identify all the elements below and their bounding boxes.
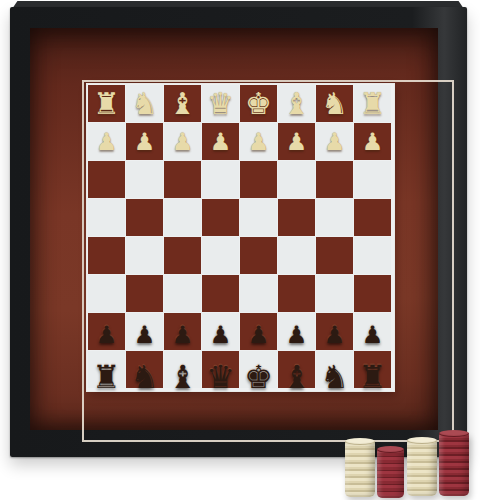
piece-black-king: ♚ <box>244 361 273 393</box>
piece-black-knight: ♞ <box>130 361 159 393</box>
square-d6[interactable] <box>202 161 239 198</box>
piece-white-pawn: ♟ <box>324 130 346 154</box>
product-photo: ♜♞♝♛♚♝♞♜♟♟♟♟♟♟♟♟♟♟♟♟♟♟♟♟♜♞♝♛♚♝♞♜ <box>0 0 480 500</box>
square-g6[interactable] <box>316 161 353 198</box>
square-c6[interactable] <box>164 161 201 198</box>
square-d7[interactable]: ♟ <box>202 123 239 160</box>
checker-stack-cream-3[interactable] <box>407 440 437 496</box>
piece-black-pawn: ♟ <box>96 323 118 347</box>
square-h5[interactable] <box>354 199 391 236</box>
square-g2[interactable]: ♟ <box>316 313 353 350</box>
square-a5[interactable] <box>88 199 125 236</box>
square-e5[interactable] <box>240 199 277 236</box>
square-d1[interactable]: ♛ <box>202 351 239 388</box>
piece-white-knight: ♞ <box>131 89 158 119</box>
square-a1[interactable]: ♜ <box>88 351 125 388</box>
square-f1[interactable]: ♝ <box>278 351 315 388</box>
square-e4[interactable] <box>240 237 277 274</box>
piece-white-rook: ♜ <box>93 89 120 119</box>
piece-white-pawn: ♟ <box>248 130 270 154</box>
square-f2[interactable]: ♟ <box>278 313 315 350</box>
piece-black-bishop: ♝ <box>168 361 197 393</box>
square-a4[interactable] <box>88 237 125 274</box>
checker-stack-cream-1[interactable] <box>345 441 375 497</box>
piece-white-bishop: ♝ <box>283 89 310 119</box>
square-c5[interactable] <box>164 199 201 236</box>
square-h8[interactable]: ♜ <box>354 85 391 122</box>
checker-stack-red-4[interactable] <box>439 433 469 496</box>
piece-white-pawn: ♟ <box>96 130 118 154</box>
piece-black-bishop: ♝ <box>282 361 311 393</box>
square-e3[interactable] <box>240 275 277 312</box>
piece-black-knight: ♞ <box>320 361 349 393</box>
square-g1[interactable]: ♞ <box>316 351 353 388</box>
chess-board: ♜♞♝♛♚♝♞♜♟♟♟♟♟♟♟♟♟♟♟♟♟♟♟♟♜♞♝♛♚♝♞♜ <box>87 84 394 391</box>
piece-black-pawn: ♟ <box>248 323 270 347</box>
square-d3[interactable] <box>202 275 239 312</box>
square-b2[interactable]: ♟ <box>126 313 163 350</box>
square-c4[interactable] <box>164 237 201 274</box>
square-a6[interactable] <box>88 161 125 198</box>
square-g5[interactable] <box>316 199 353 236</box>
square-d5[interactable] <box>202 199 239 236</box>
piece-white-rook: ♜ <box>359 89 386 119</box>
piece-white-pawn: ♟ <box>286 130 308 154</box>
piece-white-pawn: ♟ <box>210 130 232 154</box>
piece-black-pawn: ♟ <box>172 323 194 347</box>
square-h6[interactable] <box>354 161 391 198</box>
square-h7[interactable]: ♟ <box>354 123 391 160</box>
checker-stack-red-2[interactable] <box>377 449 404 498</box>
piece-white-pawn: ♟ <box>362 130 384 154</box>
square-c3[interactable] <box>164 275 201 312</box>
square-g7[interactable]: ♟ <box>316 123 353 160</box>
square-a3[interactable] <box>88 275 125 312</box>
piece-white-king: ♚ <box>245 89 272 119</box>
square-h1[interactable]: ♜ <box>354 351 391 388</box>
square-c8[interactable]: ♝ <box>164 85 201 122</box>
square-e6[interactable] <box>240 161 277 198</box>
square-e8[interactable]: ♚ <box>240 85 277 122</box>
square-e2[interactable]: ♟ <box>240 313 277 350</box>
square-g8[interactable]: ♞ <box>316 85 353 122</box>
square-f4[interactable] <box>278 237 315 274</box>
square-b4[interactable] <box>126 237 163 274</box>
square-f6[interactable] <box>278 161 315 198</box>
square-e7[interactable]: ♟ <box>240 123 277 160</box>
piece-white-bishop: ♝ <box>169 89 196 119</box>
piece-black-pawn: ♟ <box>210 323 232 347</box>
square-h3[interactable] <box>354 275 391 312</box>
piece-black-pawn: ♟ <box>286 323 308 347</box>
piece-black-pawn: ♟ <box>324 323 346 347</box>
square-b5[interactable] <box>126 199 163 236</box>
square-f7[interactable]: ♟ <box>278 123 315 160</box>
square-b7[interactable]: ♟ <box>126 123 163 160</box>
square-d2[interactable]: ♟ <box>202 313 239 350</box>
square-g4[interactable] <box>316 237 353 274</box>
piece-black-pawn: ♟ <box>362 323 384 347</box>
square-e1[interactable]: ♚ <box>240 351 277 388</box>
square-b8[interactable]: ♞ <box>126 85 163 122</box>
square-f3[interactable] <box>278 275 315 312</box>
square-a7[interactable]: ♟ <box>88 123 125 160</box>
square-f8[interactable]: ♝ <box>278 85 315 122</box>
square-c2[interactable]: ♟ <box>164 313 201 350</box>
square-f5[interactable] <box>278 199 315 236</box>
square-b6[interactable] <box>126 161 163 198</box>
square-a2[interactable]: ♟ <box>88 313 125 350</box>
piece-black-queen: ♛ <box>206 361 235 393</box>
square-b3[interactable] <box>126 275 163 312</box>
piece-black-pawn: ♟ <box>134 323 156 347</box>
square-a8[interactable]: ♜ <box>88 85 125 122</box>
square-h2[interactable]: ♟ <box>354 313 391 350</box>
square-c1[interactable]: ♝ <box>164 351 201 388</box>
piece-black-rook: ♜ <box>92 361 121 393</box>
square-g3[interactable] <box>316 275 353 312</box>
piece-white-pawn: ♟ <box>134 130 156 154</box>
square-b1[interactable]: ♞ <box>126 351 163 388</box>
square-d8[interactable]: ♛ <box>202 85 239 122</box>
piece-white-queen: ♛ <box>207 89 234 119</box>
square-c7[interactable]: ♟ <box>164 123 201 160</box>
piece-black-rook: ♜ <box>358 361 387 393</box>
square-d4[interactable] <box>202 237 239 274</box>
piece-white-pawn: ♟ <box>172 130 194 154</box>
square-h4[interactable] <box>354 237 391 274</box>
piece-white-knight: ♞ <box>321 89 348 119</box>
